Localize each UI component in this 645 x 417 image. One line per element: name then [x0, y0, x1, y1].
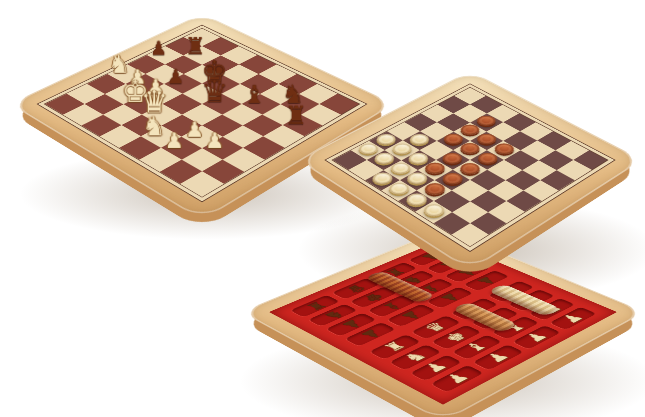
felt-slot: ♟ — [512, 325, 561, 349]
felt-slot: ♟ — [410, 355, 462, 381]
stored-dark-knight[interactable]: ♞ — [399, 274, 426, 286]
felt-slot: ♞ — [389, 344, 441, 370]
stored-light-knight[interactable]: ♞ — [400, 350, 430, 365]
stored-dark-pawn[interactable]: ♟ — [473, 274, 500, 286]
felt-slot: ♝ — [452, 335, 502, 360]
chess-square-c1[interactable] — [81, 115, 121, 137]
stored-light-pawn[interactable]: ♟ — [559, 312, 588, 325]
felt-slot: ♟ — [326, 313, 376, 336]
felt-slot: ♟ — [345, 322, 396, 346]
stored-light-bishop[interactable]: ♝ — [462, 340, 492, 355]
black-pawn[interactable]: ♟ — [150, 39, 167, 58]
white-knight[interactable]: ♞ — [142, 114, 165, 140]
white-pawn[interactable]: ♟ — [164, 130, 183, 151]
stored-dark-king[interactable]: ♚ — [360, 291, 387, 304]
stored-light-pawn[interactable]: ♟ — [538, 302, 566, 315]
stored-dark-knight[interactable]: ♞ — [319, 308, 347, 321]
felt-slot: ♟ — [473, 345, 524, 371]
felt-slot: ♜ — [369, 334, 420, 359]
stored-dark-pawn[interactable]: ♟ — [356, 327, 385, 341]
stored-dark-bishop[interactable]: ♝ — [417, 283, 444, 295]
stored-dark-queen[interactable]: ♛ — [342, 282, 369, 294]
stored-light-pawn[interactable]: ♟ — [442, 370, 473, 386]
stored-light-pawn[interactable]: ♟ — [421, 360, 451, 375]
stored-dark-rook[interactable]: ♜ — [381, 266, 407, 278]
white-pawn[interactable]: ♟ — [206, 130, 225, 151]
felt-slot: ♜ — [290, 295, 339, 317]
stored-dark-pawn[interactable]: ♟ — [397, 309, 425, 322]
chess-square-h8[interactable] — [320, 94, 359, 115]
product-photo-stage: ♜♞♟♚♝♜♟♛♞♟♟♚♛♟♟♞♟ ♟♟♟♟♜♞♝♟♛♚♝♟♜♞♟♟ ♟♟♟♟♜… — [0, 0, 645, 417]
felt-slot: ♛ — [411, 316, 460, 340]
white-pawn[interactable]: ♟ — [185, 119, 204, 140]
black-queen[interactable]: ♛ — [201, 77, 228, 107]
stored-dark-rook[interactable]: ♜ — [301, 299, 329, 312]
stored-light-king[interactable]: ♚ — [442, 330, 471, 344]
felt-slot: ♚ — [431, 325, 481, 349]
stored-dark-bishop[interactable]: ♝ — [378, 300, 406, 313]
stored-light-pawn[interactable]: ♟ — [483, 350, 513, 365]
stored-dark-pawn[interactable]: ♟ — [337, 318, 366, 332]
felt-slot: ♟ — [431, 365, 484, 392]
stored-light-rook[interactable]: ♜ — [381, 340, 411, 355]
stored-dark-pawn[interactable]: ♟ — [436, 291, 464, 304]
black-bishop[interactable]: ♝ — [243, 82, 266, 107]
checkers-square-h8[interactable] — [573, 150, 607, 170]
black-rook[interactable]: ♜ — [284, 103, 307, 129]
stored-light-pawn[interactable]: ♟ — [522, 330, 551, 344]
stored-light-queen[interactable]: ♛ — [422, 320, 451, 334]
black-pawn[interactable]: ♟ — [167, 67, 185, 87]
